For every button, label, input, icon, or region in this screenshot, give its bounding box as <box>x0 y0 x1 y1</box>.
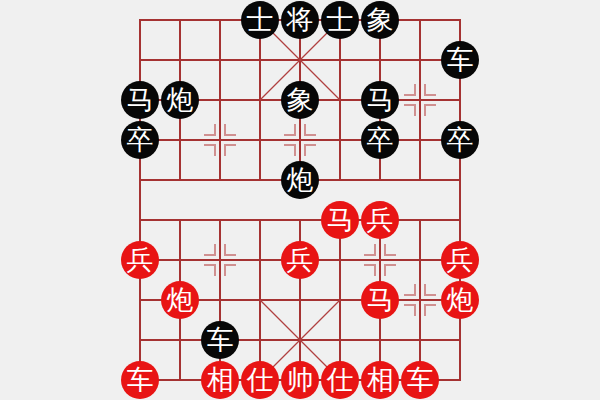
red-horse[interactable]: 马 <box>321 201 359 239</box>
red-chariot[interactable]: 车 <box>121 361 159 399</box>
red-elephant[interactable]: 相 <box>201 361 239 399</box>
red-soldier[interactable]: 兵 <box>441 241 479 279</box>
xiangqi-app: 士将士象车马炮象马卒卒卒炮马兵兵兵兵炮马炮车车相仕帅仕相车 <box>0 0 600 400</box>
black-elephant[interactable]: 象 <box>361 1 399 39</box>
black-advisor[interactable]: 士 <box>321 1 359 39</box>
red-chariot[interactable]: 车 <box>401 361 439 399</box>
black-horse[interactable]: 马 <box>121 81 159 119</box>
red-elephant[interactable]: 相 <box>361 361 399 399</box>
red-advisor[interactable]: 仕 <box>321 361 359 399</box>
black-soldier[interactable]: 卒 <box>361 121 399 159</box>
black-soldier[interactable]: 卒 <box>121 121 159 159</box>
black-cannon[interactable]: 炮 <box>281 161 319 199</box>
red-soldier[interactable]: 兵 <box>361 201 399 239</box>
red-soldier[interactable]: 兵 <box>121 241 159 279</box>
black-cannon[interactable]: 炮 <box>161 81 199 119</box>
black-chariot[interactable]: 车 <box>441 41 479 79</box>
xiangqi-board[interactable]: 士将士象车马炮象马卒卒卒炮马兵兵兵兵炮马炮车车相仕帅仕相车 <box>120 0 480 400</box>
black-elephant[interactable]: 象 <box>281 81 319 119</box>
black-chariot[interactable]: 车 <box>201 321 239 359</box>
black-advisor[interactable]: 士 <box>241 1 279 39</box>
black-horse[interactable]: 马 <box>361 81 399 119</box>
red-cannon[interactable]: 炮 <box>161 281 199 319</box>
red-soldier[interactable]: 兵 <box>281 241 319 279</box>
black-general[interactable]: 将 <box>281 1 319 39</box>
black-soldier[interactable]: 卒 <box>441 121 479 159</box>
red-cannon[interactable]: 炮 <box>441 281 479 319</box>
red-general[interactable]: 帅 <box>281 361 319 399</box>
red-advisor[interactable]: 仕 <box>241 361 279 399</box>
red-horse[interactable]: 马 <box>361 281 399 319</box>
